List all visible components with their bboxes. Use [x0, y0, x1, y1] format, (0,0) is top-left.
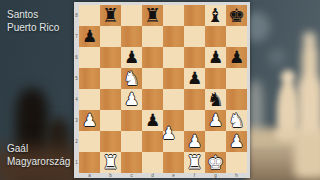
black-pawn-g6: ♟: [205, 47, 226, 68]
square-g1: ♚: [205, 152, 226, 173]
white-knight-h3: ♞: [226, 110, 247, 131]
square-a2: [79, 131, 100, 152]
square-e6: [163, 47, 184, 68]
square-h2: ♟: [226, 131, 247, 152]
square-g8: ♝: [205, 5, 226, 26]
square-a1: [79, 152, 100, 173]
white-pawn-e2: ♟: [158, 123, 179, 144]
square-g5: [205, 68, 226, 89]
blurred-table-edge: [246, 128, 320, 154]
bokeh-light: [268, 48, 286, 66]
black-pawn-h6: ♟: [226, 47, 247, 68]
square-d1: [142, 152, 163, 173]
square-a5: [79, 68, 100, 89]
black-king-h8: ♚: [226, 5, 247, 26]
white-pawn-g3: ♟: [205, 110, 226, 131]
file-label-f: f: [184, 173, 205, 178]
square-f1: ♜: [184, 152, 205, 173]
square-e1: [163, 152, 184, 173]
file-label-c: c: [121, 173, 142, 178]
file-coordinates: abcdefgh: [79, 173, 247, 178]
black-knight-g4: ♞: [205, 89, 226, 110]
square-a3: ♟: [79, 110, 100, 131]
square-f4: [184, 89, 205, 110]
square-g7: [205, 26, 226, 47]
square-b3: [100, 110, 121, 131]
square-d6: [142, 47, 163, 68]
square-g6: ♟: [205, 47, 226, 68]
white-player-nameplate: Gaál Magyarország: [7, 142, 70, 168]
black-player-nameplate: Santos Puerto Rico: [7, 8, 59, 34]
black-bishop-g8: ♝: [205, 5, 226, 26]
blurred-white-pawn-photo: [274, 70, 302, 142]
square-c8: [121, 5, 142, 26]
video-frame: Santos Puerto Rico Gaál Magyarország 876…: [0, 0, 320, 180]
square-c6: ♟: [121, 47, 142, 68]
square-c4: ♟: [121, 89, 142, 110]
file-label-h: h: [226, 173, 247, 178]
square-f7: [184, 26, 205, 47]
square-h6: ♟: [226, 47, 247, 68]
square-c7: [121, 26, 142, 47]
white-player-federation: Magyarország: [7, 155, 70, 168]
file-label-b: b: [100, 173, 121, 178]
square-f3: [184, 110, 205, 131]
square-h8: ♚: [226, 5, 247, 26]
square-a7: ♟: [79, 26, 100, 47]
square-b4: [100, 89, 121, 110]
square-h4: [226, 89, 247, 110]
square-c1: [121, 152, 142, 173]
white-rook-b1: ♜: [100, 152, 121, 173]
file-label-a: a: [79, 173, 100, 178]
square-g2: [205, 131, 226, 152]
black-pawn-a7: ♟: [79, 26, 100, 47]
square-a8: [79, 5, 100, 26]
square-a6: [79, 47, 100, 68]
white-pawn-h2: ♟: [226, 131, 247, 152]
white-pawn-c4: ♟: [121, 89, 142, 110]
square-e4: [163, 89, 184, 110]
square-e8: [163, 5, 184, 26]
square-e7: [163, 26, 184, 47]
square-d7: [142, 26, 163, 47]
square-d4: [142, 89, 163, 110]
square-c5: ♞: [121, 68, 142, 89]
square-f5: ♟: [184, 68, 205, 89]
black-player-name: Santos: [7, 8, 59, 21]
square-f6: [184, 47, 205, 68]
square-g3: ♟: [205, 110, 226, 131]
white-player-name: Gaál: [7, 142, 70, 155]
white-pawn-a3: ♟: [79, 110, 100, 131]
square-e2: ♟: [163, 131, 184, 152]
square-a4: [79, 89, 100, 110]
square-d5: [142, 68, 163, 89]
blurred-gray-piece: [248, 80, 263, 146]
square-b7: [100, 26, 121, 47]
square-c2: [121, 131, 142, 152]
black-pawn-f5: ♟: [184, 68, 205, 89]
black-player-federation: Puerto Rico: [7, 21, 59, 34]
square-h1: [226, 152, 247, 173]
white-king-g1: ♚: [205, 152, 226, 173]
white-rook-f1: ♜: [184, 152, 205, 173]
square-b5: [100, 68, 121, 89]
square-h7: [226, 26, 247, 47]
black-pawn-c6: ♟: [121, 47, 142, 68]
square-b2: [100, 131, 121, 152]
black-rook-d8: ♜: [142, 5, 163, 26]
square-b1: ♜: [100, 152, 121, 173]
square-b8: ♜: [100, 5, 121, 26]
square-f2: ♟: [184, 131, 205, 152]
square-f8: [184, 5, 205, 26]
square-h5: [226, 68, 247, 89]
file-label-e: e: [163, 173, 184, 178]
file-label-d: d: [142, 173, 163, 178]
board-grid: ♜♜♝♚♟♟♟♟♞♟♟♞♟♟♟♞♟♟♟♜♜♚: [79, 5, 247, 173]
square-c3: [121, 110, 142, 131]
square-g4: ♞: [205, 89, 226, 110]
square-e5: [163, 68, 184, 89]
blurred-white-king-photo: [294, 32, 320, 180]
blurred-table-surface: [246, 148, 320, 180]
black-rook-b8: ♜: [100, 5, 121, 26]
white-pawn-f2: ♟: [184, 131, 205, 152]
chess-board: 87654321 abcdefgh ♜♜♝♚♟♟♟♟♞♟♟♞♟♟♟♞♟♟♟♜♜♚: [74, 2, 250, 178]
square-d8: ♜: [142, 5, 163, 26]
square-h3: ♞: [226, 110, 247, 131]
file-label-g: g: [205, 173, 226, 178]
square-b6: [100, 47, 121, 68]
white-knight-c5: ♞: [121, 68, 142, 89]
